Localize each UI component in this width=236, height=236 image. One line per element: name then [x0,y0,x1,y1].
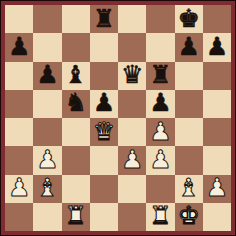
square-g3[interactable] [175,146,203,174]
piece-white-pawn[interactable]: ♟ [149,147,171,172]
square-g6[interactable] [175,62,203,90]
square-d8[interactable]: ♜ [90,5,118,33]
square-h5[interactable] [203,90,231,118]
square-a2[interactable]: ♟ [5,175,33,203]
piece-white-queen[interactable]: ♛ [93,119,115,144]
square-g4[interactable] [175,118,203,146]
square-a4[interactable] [5,118,33,146]
piece-black-rook[interactable]: ♜ [149,62,171,87]
chess-board: ♜♚♟♟♟♟♝♛♜♞♟♟♛♟♟♟♟♟♝♝♟♜♜♚ [5,5,231,231]
square-e2[interactable] [118,175,146,203]
piece-white-pawn[interactable]: ♟ [206,175,228,200]
piece-white-bishop[interactable]: ♝ [177,175,199,200]
piece-white-bishop[interactable]: ♝ [36,175,58,200]
piece-black-knight[interactable]: ♞ [64,90,86,115]
piece-black-pawn[interactable]: ♟ [149,90,171,115]
square-b7[interactable] [33,33,61,61]
square-c7[interactable] [62,33,90,61]
piece-white-pawn[interactable]: ♟ [149,119,171,144]
square-g5[interactable] [175,90,203,118]
square-d3[interactable] [90,146,118,174]
piece-black-pawn[interactable]: ♟ [177,34,199,59]
square-f5[interactable]: ♟ [146,90,174,118]
square-f7[interactable] [146,33,174,61]
square-b8[interactable] [33,5,61,33]
square-g1[interactable]: ♚ [175,203,203,231]
piece-black-queen[interactable]: ♛ [121,62,143,87]
square-d7[interactable] [90,33,118,61]
square-c2[interactable] [62,175,90,203]
square-d5[interactable]: ♟ [90,90,118,118]
square-b1[interactable] [33,203,61,231]
square-g7[interactable]: ♟ [175,33,203,61]
square-h8[interactable] [203,5,231,33]
square-h1[interactable] [203,203,231,231]
square-f3[interactable]: ♟ [146,146,174,174]
piece-white-king[interactable]: ♚ [177,203,199,228]
square-h7[interactable]: ♟ [203,33,231,61]
square-d4[interactable]: ♛ [90,118,118,146]
square-e1[interactable] [118,203,146,231]
square-c6[interactable]: ♝ [62,62,90,90]
square-h6[interactable] [203,62,231,90]
square-b3[interactable]: ♟ [33,146,61,174]
piece-black-rook[interactable]: ♜ [93,6,115,31]
square-g8[interactable]: ♚ [175,5,203,33]
piece-white-pawn[interactable]: ♟ [8,175,30,200]
piece-white-rook[interactable]: ♜ [64,203,86,228]
chess-board-frame: ♜♚♟♟♟♟♝♛♜♞♟♟♛♟♟♟♟♟♝♝♟♜♜♚ [0,0,236,236]
square-c1[interactable]: ♜ [62,203,90,231]
square-f2[interactable] [146,175,174,203]
square-d1[interactable] [90,203,118,231]
square-h4[interactable] [203,118,231,146]
square-a1[interactable] [5,203,33,231]
square-h3[interactable] [203,146,231,174]
square-d2[interactable] [90,175,118,203]
square-g2[interactable]: ♝ [175,175,203,203]
piece-black-pawn[interactable]: ♟ [93,90,115,115]
square-b5[interactable] [33,90,61,118]
piece-black-pawn[interactable]: ♟ [8,34,30,59]
square-a5[interactable] [5,90,33,118]
square-a3[interactable] [5,146,33,174]
piece-black-pawn[interactable]: ♟ [36,62,58,87]
square-c8[interactable] [62,5,90,33]
square-e8[interactable] [118,5,146,33]
square-a6[interactable] [5,62,33,90]
square-e5[interactable] [118,90,146,118]
square-a8[interactable] [5,5,33,33]
square-f8[interactable] [146,5,174,33]
square-a7[interactable]: ♟ [5,33,33,61]
piece-white-pawn[interactable]: ♟ [121,147,143,172]
piece-black-bishop[interactable]: ♝ [64,62,86,87]
piece-white-rook[interactable]: ♜ [149,203,171,228]
square-c4[interactable] [62,118,90,146]
square-e4[interactable] [118,118,146,146]
square-c5[interactable]: ♞ [62,90,90,118]
piece-black-pawn[interactable]: ♟ [206,34,228,59]
square-c3[interactable] [62,146,90,174]
square-f1[interactable]: ♜ [146,203,174,231]
square-h2[interactable]: ♟ [203,175,231,203]
square-b4[interactable] [33,118,61,146]
square-b6[interactable]: ♟ [33,62,61,90]
square-f6[interactable]: ♜ [146,62,174,90]
square-e6[interactable]: ♛ [118,62,146,90]
square-d6[interactable] [90,62,118,90]
square-b2[interactable]: ♝ [33,175,61,203]
square-e3[interactable]: ♟ [118,146,146,174]
square-f4[interactable]: ♟ [146,118,174,146]
square-e7[interactable] [118,33,146,61]
piece-white-pawn[interactable]: ♟ [36,147,58,172]
piece-black-king[interactable]: ♚ [177,6,199,31]
